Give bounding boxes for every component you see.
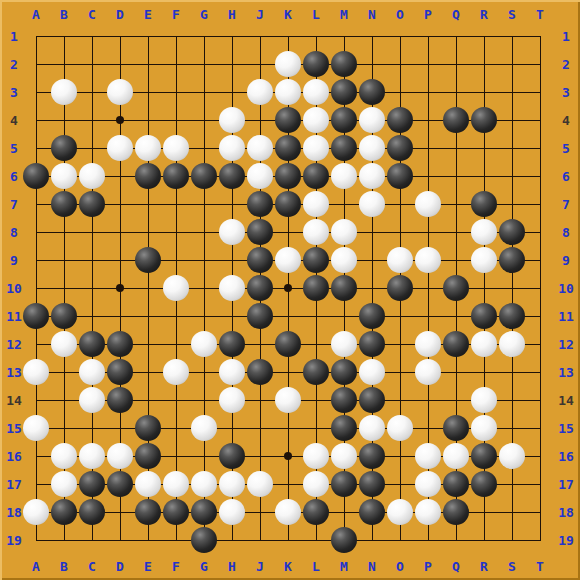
black-stone-K4[interactable] <box>275 107 301 133</box>
row-label-left-2: 2 <box>10 58 18 71</box>
white-stone-S16[interactable] <box>499 443 525 469</box>
black-stone-J11[interactable] <box>247 303 273 329</box>
col-label-bottom-J: J <box>256 560 264 573</box>
col-label-bottom-R: R <box>480 560 488 573</box>
white-stone-E17[interactable] <box>135 471 161 497</box>
white-stone-R9[interactable] <box>471 247 497 273</box>
black-stone-Q10[interactable] <box>443 275 469 301</box>
col-label-bottom-E: E <box>144 560 152 573</box>
col-label-bottom-G: G <box>200 560 208 573</box>
white-stone-J3[interactable] <box>247 79 273 105</box>
white-stone-H8[interactable] <box>219 219 245 245</box>
white-stone-J6[interactable] <box>247 163 273 189</box>
black-stone-O5[interactable] <box>387 135 413 161</box>
go-board[interactable]: AABBCCDDEEFFGGHHJJKKLLMMNNOOPPQQRRSSTT11… <box>0 0 580 580</box>
black-stone-A11[interactable] <box>23 303 49 329</box>
row-label-right-18: 18 <box>558 506 574 519</box>
white-stone-K2[interactable] <box>275 51 301 77</box>
white-stone-H14[interactable] <box>219 387 245 413</box>
white-stone-M16[interactable] <box>331 443 357 469</box>
black-stone-J7[interactable] <box>247 191 273 217</box>
row-label-left-8: 8 <box>10 226 18 239</box>
black-stone-B11[interactable] <box>51 303 77 329</box>
col-label-top-R: R <box>480 8 488 21</box>
col-label-top-G: G <box>200 8 208 21</box>
black-stone-M19[interactable] <box>331 527 357 553</box>
white-stone-P12[interactable] <box>415 331 441 357</box>
col-label-top-S: S <box>508 8 516 21</box>
black-stone-O10[interactable] <box>387 275 413 301</box>
white-stone-G12[interactable] <box>191 331 217 357</box>
hoshi-point <box>116 284 124 292</box>
black-stone-K6[interactable] <box>275 163 301 189</box>
row-label-left-10: 10 <box>6 282 22 295</box>
white-stone-R12[interactable] <box>471 331 497 357</box>
black-stone-R16[interactable] <box>471 443 497 469</box>
row-label-right-16: 16 <box>558 450 574 463</box>
black-stone-G19[interactable] <box>191 527 217 553</box>
white-stone-H17[interactable] <box>219 471 245 497</box>
black-stone-Q18[interactable] <box>443 499 469 525</box>
black-stone-D14[interactable] <box>107 387 133 413</box>
black-stone-N16[interactable] <box>359 443 385 469</box>
row-label-right-1: 1 <box>562 30 570 43</box>
black-stone-F6[interactable] <box>163 163 189 189</box>
white-stone-N5[interactable] <box>359 135 385 161</box>
row-label-left-3: 3 <box>10 86 18 99</box>
white-stone-H10[interactable] <box>219 275 245 301</box>
white-stone-P13[interactable] <box>415 359 441 385</box>
row-label-right-5: 5 <box>562 142 570 155</box>
white-stone-L3[interactable] <box>303 79 329 105</box>
black-stone-Q17[interactable] <box>443 471 469 497</box>
white-stone-N13[interactable] <box>359 359 385 385</box>
row-label-right-15: 15 <box>558 422 574 435</box>
black-stone-H6[interactable] <box>219 163 245 189</box>
row-label-left-17: 17 <box>6 478 22 491</box>
row-label-right-10: 10 <box>558 282 574 295</box>
black-stone-M14[interactable] <box>331 387 357 413</box>
white-stone-D5[interactable] <box>107 135 133 161</box>
black-stone-D12[interactable] <box>107 331 133 357</box>
white-stone-L16[interactable] <box>303 443 329 469</box>
row-label-right-3: 3 <box>562 86 570 99</box>
white-stone-C13[interactable] <box>79 359 105 385</box>
black-stone-J13[interactable] <box>247 359 273 385</box>
black-stone-C18[interactable] <box>79 499 105 525</box>
black-stone-A6[interactable] <box>23 163 49 189</box>
black-stone-J9[interactable] <box>247 247 273 273</box>
hoshi-point <box>116 116 124 124</box>
black-stone-C17[interactable] <box>79 471 105 497</box>
black-stone-E6[interactable] <box>135 163 161 189</box>
grid-hline <box>36 316 541 317</box>
black-stone-L2[interactable] <box>303 51 329 77</box>
white-stone-G15[interactable] <box>191 415 217 441</box>
col-label-bottom-O: O <box>396 560 404 573</box>
row-label-right-17: 17 <box>558 478 574 491</box>
white-stone-C14[interactable] <box>79 387 105 413</box>
white-stone-P17[interactable] <box>415 471 441 497</box>
white-stone-N6[interactable] <box>359 163 385 189</box>
black-stone-O4[interactable] <box>387 107 413 133</box>
black-stone-E16[interactable] <box>135 443 161 469</box>
row-label-left-16: 16 <box>6 450 22 463</box>
col-label-top-E: E <box>144 8 152 21</box>
row-label-left-12: 12 <box>6 338 22 351</box>
black-stone-L13[interactable] <box>303 359 329 385</box>
col-label-bottom-K: K <box>284 560 292 573</box>
black-stone-K7[interactable] <box>275 191 301 217</box>
white-stone-H13[interactable] <box>219 359 245 385</box>
white-stone-R15[interactable] <box>471 415 497 441</box>
black-stone-R17[interactable] <box>471 471 497 497</box>
white-stone-D16[interactable] <box>107 443 133 469</box>
col-label-top-M: M <box>340 8 348 21</box>
black-stone-B18[interactable] <box>51 499 77 525</box>
white-stone-O9[interactable] <box>387 247 413 273</box>
white-stone-N4[interactable] <box>359 107 385 133</box>
grid-vline <box>540 36 541 541</box>
col-label-top-Q: Q <box>452 8 460 21</box>
col-label-top-P: P <box>424 8 432 21</box>
col-label-top-H: H <box>228 8 236 21</box>
black-stone-B7[interactable] <box>51 191 77 217</box>
white-stone-H5[interactable] <box>219 135 245 161</box>
white-stone-F17[interactable] <box>163 471 189 497</box>
row-label-left-11: 11 <box>6 310 22 323</box>
white-stone-J17[interactable] <box>247 471 273 497</box>
white-stone-F5[interactable] <box>163 135 189 161</box>
black-stone-M4[interactable] <box>331 107 357 133</box>
col-label-top-T: T <box>536 8 544 21</box>
white-stone-J5[interactable] <box>247 135 273 161</box>
black-stone-Q12[interactable] <box>443 331 469 357</box>
black-stone-M3[interactable] <box>331 79 357 105</box>
black-stone-R4[interactable] <box>471 107 497 133</box>
black-stone-N14[interactable] <box>359 387 385 413</box>
white-stone-B16[interactable] <box>51 443 77 469</box>
row-label-left-5: 5 <box>10 142 18 155</box>
black-stone-M5[interactable] <box>331 135 357 161</box>
white-stone-H18[interactable] <box>219 499 245 525</box>
white-stone-P18[interactable] <box>415 499 441 525</box>
black-stone-Q15[interactable] <box>443 415 469 441</box>
black-stone-L10[interactable] <box>303 275 329 301</box>
black-stone-M17[interactable] <box>331 471 357 497</box>
white-stone-F13[interactable] <box>163 359 189 385</box>
black-stone-S8[interactable] <box>499 219 525 245</box>
white-stone-K14[interactable] <box>275 387 301 413</box>
row-label-left-19: 19 <box>6 534 22 547</box>
white-stone-P9[interactable] <box>415 247 441 273</box>
col-label-top-D: D <box>116 8 124 21</box>
white-stone-L5[interactable] <box>303 135 329 161</box>
row-label-right-12: 12 <box>558 338 574 351</box>
col-label-bottom-N: N <box>368 560 376 573</box>
white-stone-R8[interactable] <box>471 219 497 245</box>
row-label-right-19: 19 <box>558 534 574 547</box>
white-stone-M9[interactable] <box>331 247 357 273</box>
white-stone-C6[interactable] <box>79 163 105 189</box>
black-stone-J8[interactable] <box>247 219 273 245</box>
col-label-bottom-T: T <box>536 560 544 573</box>
black-stone-H16[interactable] <box>219 443 245 469</box>
white-stone-F10[interactable] <box>163 275 189 301</box>
row-label-right-9: 9 <box>562 254 570 267</box>
col-label-top-L: L <box>312 8 320 21</box>
hoshi-point <box>284 452 292 460</box>
black-stone-L18[interactable] <box>303 499 329 525</box>
black-stone-N17[interactable] <box>359 471 385 497</box>
row-label-right-2: 2 <box>562 58 570 71</box>
white-stone-P16[interactable] <box>415 443 441 469</box>
row-label-left-6: 6 <box>10 170 18 183</box>
black-stone-E18[interactable] <box>135 499 161 525</box>
black-stone-L9[interactable] <box>303 247 329 273</box>
white-stone-G17[interactable] <box>191 471 217 497</box>
white-stone-M8[interactable] <box>331 219 357 245</box>
white-stone-O18[interactable] <box>387 499 413 525</box>
white-stone-E5[interactable] <box>135 135 161 161</box>
white-stone-K18[interactable] <box>275 499 301 525</box>
col-label-top-B: B <box>60 8 68 21</box>
white-stone-H4[interactable] <box>219 107 245 133</box>
row-label-left-1: 1 <box>10 30 18 43</box>
white-stone-C16[interactable] <box>79 443 105 469</box>
col-label-bottom-M: M <box>340 560 348 573</box>
black-stone-B5[interactable] <box>51 135 77 161</box>
black-stone-E15[interactable] <box>135 415 161 441</box>
white-stone-K3[interactable] <box>275 79 301 105</box>
white-stone-B12[interactable] <box>51 331 77 357</box>
white-stone-N15[interactable] <box>359 415 385 441</box>
black-stone-N12[interactable] <box>359 331 385 357</box>
black-stone-D17[interactable] <box>107 471 133 497</box>
row-label-left-18: 18 <box>6 506 22 519</box>
black-stone-O6[interactable] <box>387 163 413 189</box>
white-stone-M12[interactable] <box>331 331 357 357</box>
white-stone-Q16[interactable] <box>443 443 469 469</box>
black-stone-G18[interactable] <box>191 499 217 525</box>
black-stone-N3[interactable] <box>359 79 385 105</box>
col-label-bottom-S: S <box>508 560 516 573</box>
row-label-left-15: 15 <box>6 422 22 435</box>
black-stone-K12[interactable] <box>275 331 301 357</box>
black-stone-R11[interactable] <box>471 303 497 329</box>
black-stone-F18[interactable] <box>163 499 189 525</box>
row-label-left-4: 4 <box>10 114 18 127</box>
row-label-left-14: 14 <box>6 394 22 407</box>
black-stone-R7[interactable] <box>471 191 497 217</box>
row-label-right-7: 7 <box>562 198 570 211</box>
white-stone-L4[interactable] <box>303 107 329 133</box>
black-stone-H12[interactable] <box>219 331 245 357</box>
black-stone-M15[interactable] <box>331 415 357 441</box>
col-label-bottom-F: F <box>172 560 180 573</box>
black-stone-N11[interactable] <box>359 303 385 329</box>
black-stone-S9[interactable] <box>499 247 525 273</box>
row-label-right-8: 8 <box>562 226 570 239</box>
black-stone-E9[interactable] <box>135 247 161 273</box>
white-stone-K9[interactable] <box>275 247 301 273</box>
black-stone-K5[interactable] <box>275 135 301 161</box>
black-stone-J10[interactable] <box>247 275 273 301</box>
row-label-right-14: 14 <box>558 394 574 407</box>
col-label-bottom-L: L <box>312 560 320 573</box>
white-stone-A13[interactable] <box>23 359 49 385</box>
black-stone-G6[interactable] <box>191 163 217 189</box>
col-label-top-A: A <box>32 8 40 21</box>
row-label-left-7: 7 <box>10 198 18 211</box>
col-label-top-O: O <box>396 8 404 21</box>
white-stone-D3[interactable] <box>107 79 133 105</box>
row-label-right-13: 13 <box>558 366 574 379</box>
hoshi-point <box>284 284 292 292</box>
white-stone-S12[interactable] <box>499 331 525 357</box>
white-stone-B17[interactable] <box>51 471 77 497</box>
row-label-right-11: 11 <box>558 310 574 323</box>
black-stone-L6[interactable] <box>303 163 329 189</box>
black-stone-C7[interactable] <box>79 191 105 217</box>
col-label-bottom-A: A <box>32 560 40 573</box>
white-stone-L17[interactable] <box>303 471 329 497</box>
row-label-left-9: 9 <box>10 254 18 267</box>
col-label-top-N: N <box>368 8 376 21</box>
white-stone-O15[interactable] <box>387 415 413 441</box>
col-label-bottom-C: C <box>88 560 96 573</box>
row-label-right-6: 6 <box>562 170 570 183</box>
row-label-right-4: 4 <box>562 114 570 127</box>
white-stone-L8[interactable] <box>303 219 329 245</box>
black-stone-D13[interactable] <box>107 359 133 385</box>
col-label-top-K: K <box>284 8 292 21</box>
col-label-top-J: J <box>256 8 264 21</box>
white-stone-R14[interactable] <box>471 387 497 413</box>
col-label-bottom-Q: Q <box>452 560 460 573</box>
white-stone-L7[interactable] <box>303 191 329 217</box>
black-stone-S11[interactable] <box>499 303 525 329</box>
white-stone-B6[interactable] <box>51 163 77 189</box>
col-label-bottom-P: P <box>424 560 432 573</box>
white-stone-P7[interactable] <box>415 191 441 217</box>
black-stone-Q4[interactable] <box>443 107 469 133</box>
black-stone-M2[interactable] <box>331 51 357 77</box>
col-label-bottom-D: D <box>116 560 124 573</box>
black-stone-M10[interactable] <box>331 275 357 301</box>
row-label-left-13: 13 <box>6 366 22 379</box>
black-stone-N18[interactable] <box>359 499 385 525</box>
grid-hline <box>36 540 541 541</box>
white-stone-A15[interactable] <box>23 415 49 441</box>
black-stone-M13[interactable] <box>331 359 357 385</box>
white-stone-M6[interactable] <box>331 163 357 189</box>
white-stone-B3[interactable] <box>51 79 77 105</box>
col-label-bottom-B: B <box>60 560 68 573</box>
black-stone-C12[interactable] <box>79 331 105 357</box>
col-label-top-F: F <box>172 8 180 21</box>
go-app: AABBCCDDEEFFGGHHJJKKLLMMNNOOPPQQRRSSTT11… <box>0 0 580 580</box>
col-label-top-C: C <box>88 8 96 21</box>
white-stone-A18[interactable] <box>23 499 49 525</box>
col-label-bottom-H: H <box>228 560 236 573</box>
white-stone-N7[interactable] <box>359 191 385 217</box>
